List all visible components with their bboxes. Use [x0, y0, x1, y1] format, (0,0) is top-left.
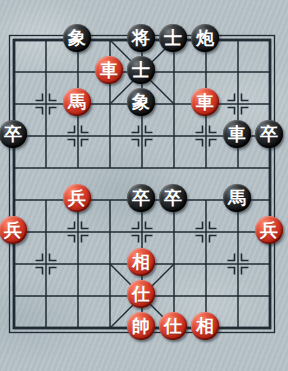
piece-black-elephant[interactable]: 象 [127, 88, 155, 116]
xiangqi-board: 象将士炮車士馬象車卒車卒兵卒卒馬兵兵相仕帥仕相 [0, 0, 288, 371]
piece-character: 馬 [68, 93, 86, 111]
piece-character: 仕 [132, 285, 150, 303]
piece-character: 象 [68, 29, 86, 47]
piece-black-horse[interactable]: 馬 [223, 184, 251, 212]
piece-character: 帥 [132, 317, 150, 335]
piece-black-advisor[interactable]: 士 [127, 56, 155, 84]
piece-character: 卒 [4, 125, 22, 143]
piece-red-elephant[interactable]: 相 [191, 312, 219, 340]
piece-red-advisor[interactable]: 仕 [159, 312, 187, 340]
piece-red-chariot[interactable]: 車 [191, 88, 219, 116]
piece-red-advisor[interactable]: 仕 [127, 280, 155, 308]
piece-black-soldier[interactable]: 卒 [159, 184, 187, 212]
piece-character: 象 [132, 93, 150, 111]
piece-character: 卒 [260, 125, 278, 143]
piece-character: 士 [164, 29, 182, 47]
piece-character: 馬 [228, 189, 246, 207]
piece-black-soldier[interactable]: 卒 [127, 184, 155, 212]
piece-character: 相 [196, 317, 214, 335]
piece-character: 相 [132, 253, 150, 271]
piece-black-elephant[interactable]: 象 [63, 24, 91, 52]
piece-red-horse[interactable]: 馬 [63, 88, 91, 116]
piece-black-advisor[interactable]: 士 [159, 24, 187, 52]
piece-character: 士 [132, 61, 150, 79]
piece-character: 車 [100, 61, 118, 79]
piece-black-soldier[interactable]: 卒 [255, 120, 283, 148]
piece-black-cannon[interactable]: 炮 [191, 24, 219, 52]
piece-red-soldier[interactable]: 兵 [0, 216, 27, 244]
piece-red-elephant[interactable]: 相 [127, 248, 155, 276]
piece-red-chariot[interactable]: 車 [95, 56, 123, 84]
piece-red-soldier[interactable]: 兵 [255, 216, 283, 244]
piece-character: 車 [228, 125, 246, 143]
piece-red-soldier[interactable]: 兵 [63, 184, 91, 212]
piece-black-chariot[interactable]: 車 [223, 120, 251, 148]
piece-character: 兵 [4, 221, 22, 239]
piece-character: 車 [196, 93, 214, 111]
piece-character: 将 [132, 29, 150, 47]
piece-character: 卒 [132, 189, 150, 207]
piece-black-soldier[interactable]: 卒 [0, 120, 27, 148]
piece-character: 卒 [164, 189, 182, 207]
board-intersection-grid[interactable]: 象将士炮車士馬象車卒車卒兵卒卒馬兵兵相仕帥仕相 [0, 24, 286, 344]
piece-character: 炮 [196, 29, 214, 47]
piece-black-general[interactable]: 将 [127, 24, 155, 52]
piece-red-general[interactable]: 帥 [127, 312, 155, 340]
piece-character: 兵 [68, 189, 86, 207]
piece-character: 仕 [164, 317, 182, 335]
piece-character: 兵 [260, 221, 278, 239]
